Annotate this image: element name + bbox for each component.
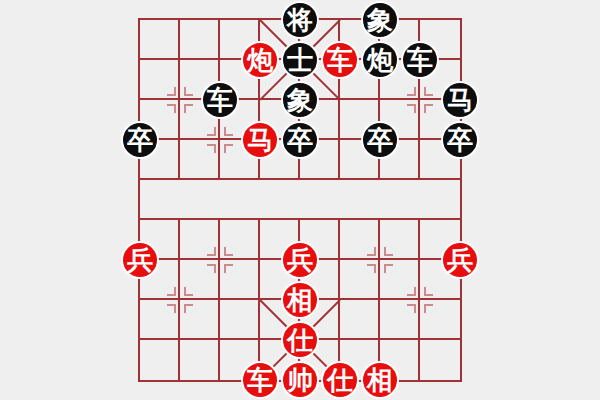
board-cell [140,340,180,380]
star-bracket [207,247,216,256]
star-bracket [207,264,216,273]
black-soldier[interactable]: 卒 [361,121,399,159]
black-cannon[interactable]: 炮 [361,41,399,79]
black-chariot[interactable]: 车 [401,41,439,79]
river-cell [140,180,180,220]
star-bracket [424,104,433,113]
river-cell [260,180,300,220]
red-general[interactable]: 帅 [281,361,319,399]
star-bracket [167,104,176,113]
star-point-marker [407,287,433,313]
river-cell [220,180,260,220]
xiangqi-diagram: 将象炮士车炮车车象马卒马卒卒卒兵兵兵相仕车帅仕相 [0,0,600,400]
red-advisor[interactable]: 仕 [281,321,319,359]
board-cell [180,20,220,60]
star-bracket [407,87,416,96]
star-bracket [224,247,233,256]
star-point-marker [207,127,233,153]
board-cell [140,20,180,60]
red-pawn[interactable]: 兵 [121,241,159,279]
black-horse[interactable]: 马 [441,81,479,119]
black-elephant[interactable]: 象 [281,81,319,119]
black-soldier[interactable]: 卒 [441,121,479,159]
star-bracket [167,304,176,313]
black-general[interactable]: 将 [281,1,319,39]
red-pawn[interactable]: 兵 [441,241,479,279]
star-bracket [367,264,376,273]
star-bracket [167,87,176,96]
star-bracket [424,304,433,313]
red-elephant[interactable]: 相 [361,361,399,399]
star-point-marker [367,247,393,273]
star-bracket [407,287,416,296]
star-point-marker [167,287,193,313]
star-bracket [184,287,193,296]
star-bracket [384,247,393,256]
star-bracket [184,87,193,96]
star-bracket [167,287,176,296]
star-point-marker [207,247,233,273]
star-bracket [207,127,216,136]
star-bracket [224,144,233,153]
star-point-marker [167,87,193,113]
star-bracket [424,287,433,296]
black-elephant[interactable]: 象 [361,1,399,39]
river-cell [340,180,380,220]
red-pawn[interactable]: 兵 [281,241,319,279]
red-elephant[interactable]: 相 [281,281,319,319]
board-cell [420,340,460,380]
star-bracket [424,87,433,96]
star-bracket [407,304,416,313]
river-cell [420,180,460,220]
black-soldier[interactable]: 卒 [121,121,159,159]
star-bracket [184,104,193,113]
red-chariot[interactable]: 车 [241,361,279,399]
red-chariot[interactable]: 车 [321,41,359,79]
board-cell [180,340,220,380]
board-cell [220,300,260,340]
black-advisor[interactable]: 士 [281,41,319,79]
river-cell [180,180,220,220]
star-bracket [224,264,233,273]
river-cell [300,180,340,220]
river-cell [380,180,420,220]
star-point-marker [407,87,433,113]
star-bracket [407,104,416,113]
star-bracket [224,127,233,136]
star-bracket [184,304,193,313]
red-cannon[interactable]: 炮 [241,41,279,79]
red-advisor[interactable]: 仕 [321,361,359,399]
star-bracket [367,247,376,256]
board-cell [340,300,380,340]
red-horse[interactable]: 马 [241,121,279,159]
black-chariot[interactable]: 车 [201,81,239,119]
star-bracket [207,144,216,153]
star-bracket [384,264,393,273]
black-soldier[interactable]: 卒 [281,121,319,159]
